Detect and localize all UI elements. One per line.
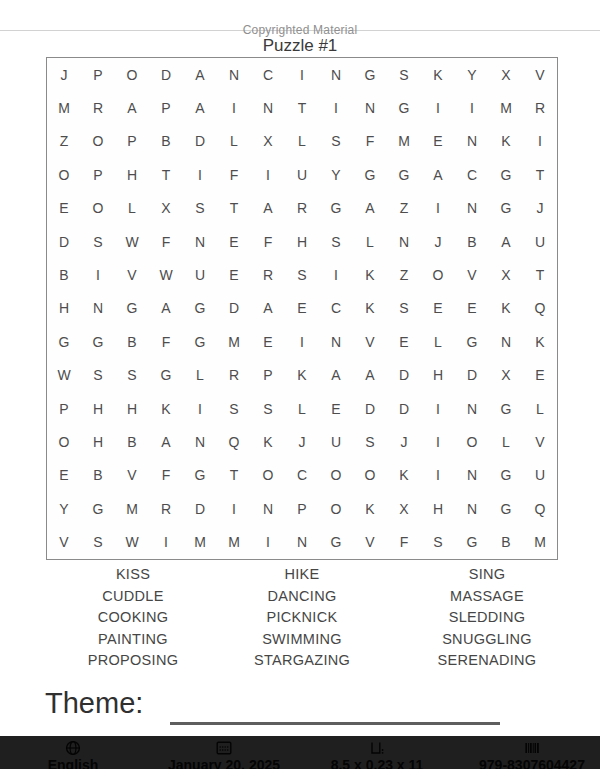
- footer-publication-date: January 20, 2025: [144, 736, 304, 769]
- grid-cell-r13-c15: U: [523, 459, 557, 492]
- grid-cell-r4-c11: G: [387, 158, 421, 191]
- grid-cell-r9-c4: F: [149, 325, 183, 358]
- grid-cell-r2-c13: I: [455, 91, 489, 124]
- grid-cell-r14-c1: Y: [47, 492, 81, 525]
- grid-cell-r13-c5: G: [183, 459, 217, 492]
- grid-cell-r5-c3: L: [115, 192, 149, 225]
- grid-cell-r8-c1: H: [47, 292, 81, 325]
- word-search-page: { "game": "word-search", "position": "JP…: [0, 0, 600, 769]
- grid-cell-r2-c10: N: [353, 91, 387, 124]
- grid-cell-r7-c4: W: [149, 258, 183, 291]
- grid-cell-r12-c6: Q: [217, 425, 251, 458]
- grid-cell-r14-c10: K: [353, 492, 387, 525]
- grid-cell-r8-c4: A: [149, 292, 183, 325]
- grid-cell-r8-c13: E: [455, 292, 489, 325]
- grid-cell-r1-c11: S: [387, 58, 421, 91]
- grid-cell-r10-c12: H: [421, 359, 455, 392]
- grid-cell-r14-c11: X: [387, 492, 421, 525]
- grid-cell-r12-c5: N: [183, 425, 217, 458]
- grid-cell-r3-c2: O: [81, 125, 115, 158]
- grid-cell-r14-c3: M: [115, 492, 149, 525]
- grid-cell-r8-c10: K: [353, 292, 387, 325]
- grid-cell-r7-c2: I: [81, 258, 115, 291]
- grid-cell-r7-c8: S: [285, 258, 319, 291]
- grid-cell-r11-c10: D: [353, 392, 387, 425]
- grid-cell-r3-c3: P: [115, 125, 149, 158]
- grid-cell-r5-c15: J: [523, 192, 557, 225]
- grid-cell-r14-c6: I: [217, 492, 251, 525]
- grid-cell-r7-c9: I: [319, 258, 353, 291]
- grid-cell-r13-c11: K: [387, 459, 421, 492]
- grid-cell-r13-c2: B: [81, 459, 115, 492]
- grid-cell-r9-c7: E: [251, 325, 285, 358]
- grid-cell-r11-c2: H: [81, 392, 115, 425]
- grid-cell-r6-c2: S: [81, 225, 115, 258]
- grid-cell-r1-c10: G: [353, 58, 387, 91]
- grid-cell-r12-c14: L: [489, 425, 523, 458]
- grid-cell-r6-c1: D: [47, 225, 81, 258]
- grid-cell-r10-c1: W: [47, 359, 81, 392]
- grid-cell-r4-c2: P: [81, 158, 115, 191]
- word-column-3: SINGMASSAGESLEDDINGSNUGGLINGSERENADING: [377, 564, 597, 672]
- grid-cell-r9-c9: N: [319, 325, 353, 358]
- grid-cell-r11-c13: N: [455, 392, 489, 425]
- grid-cell-r8-c12: E: [421, 292, 455, 325]
- grid-cell-r3-c13: N: [455, 125, 489, 158]
- grid-cell-r7-c11: Z: [387, 258, 421, 291]
- footer-language-label: English: [0, 757, 153, 769]
- grid-cell-r4-c9: Y: [319, 158, 353, 191]
- grid-cell-r9-c2: G: [81, 325, 115, 358]
- grid-cell-r6-c10: L: [353, 225, 387, 258]
- grid-cell-r3-c6: L: [217, 125, 251, 158]
- grid-cell-r8-c15: Q: [523, 292, 557, 325]
- grid-cell-r10-c2: S: [81, 359, 115, 392]
- grid-cell-r5-c4: X: [149, 192, 183, 225]
- grid-cell-r6-c12: J: [421, 225, 455, 258]
- grid-cell-r13-c6: T: [217, 459, 251, 492]
- grid-cell-r6-c14: A: [489, 225, 523, 258]
- grid-cell-r1-c6: N: [217, 58, 251, 91]
- footer-language: English: [0, 736, 153, 769]
- grid-cell-r2-c3: A: [115, 91, 149, 124]
- grid-cell-r13-c14: G: [489, 459, 523, 492]
- grid-cell-r14-c7: N: [251, 492, 285, 525]
- grid-cell-r5-c14: G: [489, 192, 523, 225]
- grid-cell-r6-c3: W: [115, 225, 149, 258]
- grid-cell-r6-c4: F: [149, 225, 183, 258]
- grid-cell-r3-c11: M: [387, 125, 421, 158]
- word-search-grid: JPODANCINGSKYXVMRAPAINTINGIIMRZOPBDLXLSF…: [46, 57, 558, 560]
- grid-cell-r10-c5: L: [183, 359, 217, 392]
- grid-cell-r4-c3: H: [115, 158, 149, 191]
- grid-cell-r15-c13: G: [455, 526, 489, 559]
- grid-cell-r15-c11: F: [387, 526, 421, 559]
- theme-answer-line: [170, 722, 500, 725]
- grid-cell-r14-c12: H: [421, 492, 455, 525]
- grid-cell-r1-c4: D: [149, 58, 183, 91]
- grid-cell-r11-c11: D: [387, 392, 421, 425]
- grid-cell-r5-c11: Z: [387, 192, 421, 225]
- grid-cell-r15-c4: I: [149, 526, 183, 559]
- grid-cell-r9-c6: M: [217, 325, 251, 358]
- grid-cell-r7-c12: O: [421, 258, 455, 291]
- footer-dimensions: 8.5 x 0.23 x 11: [297, 736, 457, 769]
- grid-cell-r3-c14: K: [489, 125, 523, 158]
- grid-cell-r4-c13: C: [455, 158, 489, 191]
- grid-cell-r10-c14: X: [489, 359, 523, 392]
- product-details-bar: English January 20, 2025 8.5 x 0.23 x 11: [0, 736, 600, 769]
- grid-cell-r7-c1: B: [47, 258, 81, 291]
- grid-cell-r12-c1: O: [47, 425, 81, 458]
- grid-cell-r5-c7: A: [251, 192, 285, 225]
- grid-cell-r5-c9: G: [319, 192, 353, 225]
- grid-cell-r2-c4: P: [149, 91, 183, 124]
- grid-cell-r10-c9: A: [319, 359, 353, 392]
- grid-cell-r14-c5: D: [183, 492, 217, 525]
- grid-cell-r2-c12: I: [421, 91, 455, 124]
- grid-cell-r8-c5: G: [183, 292, 217, 325]
- grid-cell-r1-c14: X: [489, 58, 523, 91]
- grid-cell-r9-c12: L: [421, 325, 455, 358]
- grid-cell-r12-c3: B: [115, 425, 149, 458]
- grid-cell-r10-c6: R: [217, 359, 251, 392]
- footer-date-label: January 20, 2025: [144, 757, 304, 769]
- grid-cell-r1-c3: O: [115, 58, 149, 91]
- grid-cell-r4-c10: G: [353, 158, 387, 191]
- grid-cell-r15-c8: N: [285, 526, 319, 559]
- grid-cell-r3-c1: Z: [47, 125, 81, 158]
- grid-cell-r15-c9: G: [319, 526, 353, 559]
- grid-cell-r12-c7: K: [251, 425, 285, 458]
- grid-cell-r7-c10: K: [353, 258, 387, 291]
- grid-cell-r12-c2: H: [81, 425, 115, 458]
- grid-cell-r3-c5: D: [183, 125, 217, 158]
- grid-cell-r8-c8: E: [285, 292, 319, 325]
- grid-cell-r10-c13: D: [455, 359, 489, 392]
- grid-cell-r6-c8: H: [285, 225, 319, 258]
- grid-cell-r7-c5: U: [183, 258, 217, 291]
- grid-cell-r3-c10: F: [353, 125, 387, 158]
- grid-cell-r10-c10: A: [353, 359, 387, 392]
- grid-cell-r5-c13: N: [455, 192, 489, 225]
- grid-cell-r15-c5: M: [183, 526, 217, 559]
- footer-isbn: 979-8307604427: [452, 736, 600, 769]
- footer-dimensions-label: 8.5 x 0.23 x 11: [297, 757, 457, 769]
- grid-cell-r11-c5: I: [183, 392, 217, 425]
- grid-cell-r1-c5: A: [183, 58, 217, 91]
- grid-cell-r10-c15: E: [523, 359, 557, 392]
- word-list-item: SNUGGLING: [377, 629, 597, 651]
- puzzle-title: Puzzle #1: [0, 36, 600, 56]
- grid-cell-r8-c9: C: [319, 292, 353, 325]
- copyright-watermark: Copyrighted Material: [0, 23, 600, 37]
- grid-cell-r9-c14: N: [489, 325, 523, 358]
- globe-icon: [64, 740, 82, 756]
- grid-cell-r3-c8: L: [285, 125, 319, 158]
- grid-cell-r4-c12: A: [421, 158, 455, 191]
- grid-cell-r12-c15: V: [523, 425, 557, 458]
- grid-cell-r2-c15: R: [523, 91, 557, 124]
- grid-cell-r1-c1: J: [47, 58, 81, 91]
- grid-cell-r9-c3: B: [115, 325, 149, 358]
- grid-cell-r10-c11: D: [387, 359, 421, 392]
- grid-cell-r2-c8: T: [285, 91, 319, 124]
- grid-cell-r5-c2: O: [81, 192, 115, 225]
- grid-cell-r4-c6: F: [217, 158, 251, 191]
- grid-cell-r6-c7: F: [251, 225, 285, 258]
- grid-cell-r7-c15: T: [523, 258, 557, 291]
- grid-cell-r14-c15: Q: [523, 492, 557, 525]
- grid-cell-r13-c8: C: [285, 459, 319, 492]
- grid-cell-r15-c15: M: [523, 526, 557, 559]
- grid-cell-r2-c14: M: [489, 91, 523, 124]
- grid-cell-r7-c6: E: [217, 258, 251, 291]
- grid-cell-r15-c3: W: [115, 526, 149, 559]
- grid-cell-r6-c11: N: [387, 225, 421, 258]
- grid-cell-r5-c10: A: [353, 192, 387, 225]
- grid-cell-r5-c8: R: [285, 192, 319, 225]
- grid-cell-r14-c13: N: [455, 492, 489, 525]
- grid-cell-r15-c7: I: [251, 526, 285, 559]
- grid-cell-r8-c6: D: [217, 292, 251, 325]
- grid-cell-r2-c2: R: [81, 91, 115, 124]
- grid-cell-r3-c7: X: [251, 125, 285, 158]
- grid-cell-r15-c1: V: [47, 526, 81, 559]
- grid-cell-r13-c12: I: [421, 459, 455, 492]
- grid-cell-r12-c13: O: [455, 425, 489, 458]
- grid-cell-r1-c2: P: [81, 58, 115, 91]
- grid-cell-r2-c5: A: [183, 91, 217, 124]
- grid-cell-r6-c5: N: [183, 225, 217, 258]
- grid-cell-r8-c7: A: [251, 292, 285, 325]
- grid-cell-r7-c7: R: [251, 258, 285, 291]
- grid-cell-r13-c13: N: [455, 459, 489, 492]
- grid-cell-r2-c11: G: [387, 91, 421, 124]
- grid-cell-r9-c1: G: [47, 325, 81, 358]
- grid-cell-r14-c14: G: [489, 492, 523, 525]
- grid-cell-r15-c6: M: [217, 526, 251, 559]
- grid-cell-r9-c15: K: [523, 325, 557, 358]
- grid-cell-r13-c10: O: [353, 459, 387, 492]
- grid-cell-r3-c4: B: [149, 125, 183, 158]
- theme-label: Theme:: [45, 687, 143, 720]
- grid-cell-r15-c14: B: [489, 526, 523, 559]
- grid-cell-r14-c8: P: [285, 492, 319, 525]
- grid-cell-r10-c8: K: [285, 359, 319, 392]
- grid-cell-r5-c12: I: [421, 192, 455, 225]
- grid-cell-r10-c3: S: [115, 359, 149, 392]
- grid-cell-r12-c10: S: [353, 425, 387, 458]
- grid-cell-r4-c4: T: [149, 158, 183, 191]
- grid-cell-r11-c3: H: [115, 392, 149, 425]
- grid-cell-r15-c2: S: [81, 526, 115, 559]
- grid-cell-r15-c12: S: [421, 526, 455, 559]
- grid-cell-r12-c12: I: [421, 425, 455, 458]
- grid-cell-r11-c14: G: [489, 392, 523, 425]
- grid-cell-r14-c2: G: [81, 492, 115, 525]
- grid-cell-r9-c13: G: [455, 325, 489, 358]
- grid-cell-r11-c6: S: [217, 392, 251, 425]
- grid-cell-r13-c7: O: [251, 459, 285, 492]
- grid-cell-r11-c8: L: [285, 392, 319, 425]
- grid-cell-r9-c10: V: [353, 325, 387, 358]
- grid-cell-r11-c4: K: [149, 392, 183, 425]
- grid-cell-r1-c8: I: [285, 58, 319, 91]
- grid-cell-r4-c7: I: [251, 158, 285, 191]
- word-list-item: SERENADING: [377, 650, 597, 672]
- grid-cell-r11-c9: E: [319, 392, 353, 425]
- grid-cell-r4-c8: U: [285, 158, 319, 191]
- grid-cell-r1-c7: C: [251, 58, 285, 91]
- grid-cell-r10-c7: P: [251, 359, 285, 392]
- word-list-item: MASSAGE: [377, 586, 597, 608]
- grid-cell-r1-c12: K: [421, 58, 455, 91]
- grid-cell-r8-c2: N: [81, 292, 115, 325]
- grid-cell-r11-c1: P: [47, 392, 81, 425]
- word-list-item: SING: [377, 564, 597, 586]
- grid-cell-r4-c15: T: [523, 158, 557, 191]
- grid-cell-r6-c6: E: [217, 225, 251, 258]
- grid-cell-r7-c3: V: [115, 258, 149, 291]
- grid-cell-r6-c15: U: [523, 225, 557, 258]
- grid-cell-r7-c13: V: [455, 258, 489, 291]
- grid-cell-r3-c9: S: [319, 125, 353, 158]
- grid-cell-r13-c9: O: [319, 459, 353, 492]
- grid-cell-r14-c9: O: [319, 492, 353, 525]
- grid-cell-r13-c3: V: [115, 459, 149, 492]
- grid-cell-r9-c11: E: [387, 325, 421, 358]
- grid-cell-r5-c1: E: [47, 192, 81, 225]
- barcode-icon: [523, 740, 541, 756]
- grid-cell-r2-c7: N: [251, 91, 285, 124]
- word-list-item: SLEDDING: [377, 607, 597, 629]
- grid-cell-r5-c5: S: [183, 192, 217, 225]
- grid-cell-r12-c8: J: [285, 425, 319, 458]
- grid-cell-r2-c9: I: [319, 91, 353, 124]
- grid-cell-r15-c10: V: [353, 526, 387, 559]
- grid-cell-r2-c1: M: [47, 91, 81, 124]
- grid-cell-r6-c13: B: [455, 225, 489, 258]
- grid-cell-r3-c15: I: [523, 125, 557, 158]
- grid-cell-r14-c4: R: [149, 492, 183, 525]
- grid-cell-r8-c11: S: [387, 292, 421, 325]
- grid-cell-r11-c7: S: [251, 392, 285, 425]
- grid-cell-r8-c3: G: [115, 292, 149, 325]
- grid-cell-r4-c1: O: [47, 158, 81, 191]
- grid-cell-r1-c13: Y: [455, 58, 489, 91]
- grid-cell-r2-c6: I: [217, 91, 251, 124]
- grid-cell-r11-c12: I: [421, 392, 455, 425]
- dimensions-icon: [368, 740, 386, 756]
- calendar-icon: [215, 740, 233, 756]
- grid-cell-r7-c14: X: [489, 258, 523, 291]
- grid-cell-r12-c9: U: [319, 425, 353, 458]
- grid-cell-r13-c4: F: [149, 459, 183, 492]
- grid-cell-r1-c9: N: [319, 58, 353, 91]
- grid-cell-r13-c1: E: [47, 459, 81, 492]
- grid-cell-r12-c4: A: [149, 425, 183, 458]
- grid-cell-r8-c14: K: [489, 292, 523, 325]
- grid-cell-r4-c5: I: [183, 158, 217, 191]
- grid-cell-r10-c4: G: [149, 359, 183, 392]
- grid-cell-r1-c15: V: [523, 58, 557, 91]
- grid-cell-r12-c11: J: [387, 425, 421, 458]
- grid-cell-r11-c15: L: [523, 392, 557, 425]
- grid-cell-r3-c12: E: [421, 125, 455, 158]
- grid-cell-r6-c9: S: [319, 225, 353, 258]
- grid-cell-r5-c6: T: [217, 192, 251, 225]
- footer-isbn-label: 979-8307604427: [452, 757, 600, 769]
- grid-cell-r4-c14: G: [489, 158, 523, 191]
- grid-cell-r9-c5: G: [183, 325, 217, 358]
- grid-cell-r9-c8: I: [285, 325, 319, 358]
